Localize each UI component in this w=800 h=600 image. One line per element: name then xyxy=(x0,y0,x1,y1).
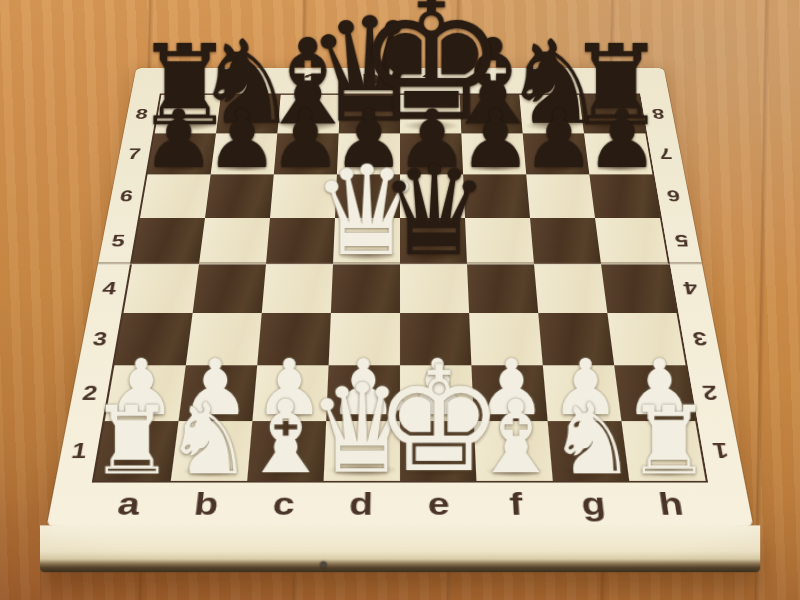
file-label-top-d: d xyxy=(340,69,400,93)
file-label-top-h: h xyxy=(576,69,639,93)
square-d8[interactable] xyxy=(339,95,400,134)
square-b7[interactable] xyxy=(211,133,278,174)
square-g6[interactable] xyxy=(526,174,595,217)
square-h5[interactable] xyxy=(595,218,668,264)
square-h6[interactable] xyxy=(589,174,660,217)
square-c8[interactable] xyxy=(277,95,340,134)
square-b8[interactable] xyxy=(216,95,281,134)
piece-black-queen[interactable]: ♛ xyxy=(378,149,489,273)
piece-white-rook[interactable]: ♜ xyxy=(626,394,711,489)
piece-white-knight[interactable]: ♞ xyxy=(164,390,253,489)
square-g8[interactable] xyxy=(519,95,584,134)
piece-white-king[interactable]: ♚ xyxy=(373,348,503,494)
rank-label-right-7: 7 xyxy=(647,133,684,174)
file-label-top-e: e xyxy=(400,69,460,93)
table-background: 87654321 87654321 abcdefgh abcdefgh ♜♞♝♛… xyxy=(0,0,800,600)
square-a5[interactable] xyxy=(132,218,205,264)
rank-label-right-6: 6 xyxy=(654,174,693,217)
square-g7[interactable] xyxy=(523,133,590,174)
chess-board: 87654321 87654321 abcdefgh abcdefgh ♜♞♝♛… xyxy=(47,68,754,526)
square-e8[interactable] xyxy=(400,95,461,134)
board-front-edge xyxy=(40,525,760,572)
square-b6[interactable] xyxy=(205,174,274,217)
file-label-top-a: a xyxy=(162,69,225,93)
square-b5[interactable] xyxy=(199,218,270,264)
piece-white-knight[interactable]: ♞ xyxy=(548,390,637,489)
file-label-top-f: f xyxy=(459,69,520,93)
square-h7[interactable] xyxy=(584,133,652,174)
rank-label-right-8: 8 xyxy=(640,95,676,134)
square-a8[interactable] xyxy=(155,95,221,134)
square-a6[interactable] xyxy=(140,174,211,217)
file-labels-top: abcdefgh xyxy=(162,69,639,93)
latch-pin xyxy=(321,562,327,568)
rank-label-right-5: 5 xyxy=(662,218,702,264)
square-h8[interactable] xyxy=(579,95,645,134)
square-a7[interactable] xyxy=(148,133,216,174)
file-label-top-c: c xyxy=(281,69,342,93)
file-label-top-g: g xyxy=(517,69,579,93)
piece-white-rook[interactable]: ♜ xyxy=(89,394,174,489)
square-f8[interactable] xyxy=(460,95,523,134)
square-g5[interactable] xyxy=(530,218,601,264)
file-label-top-b: b xyxy=(221,69,283,93)
